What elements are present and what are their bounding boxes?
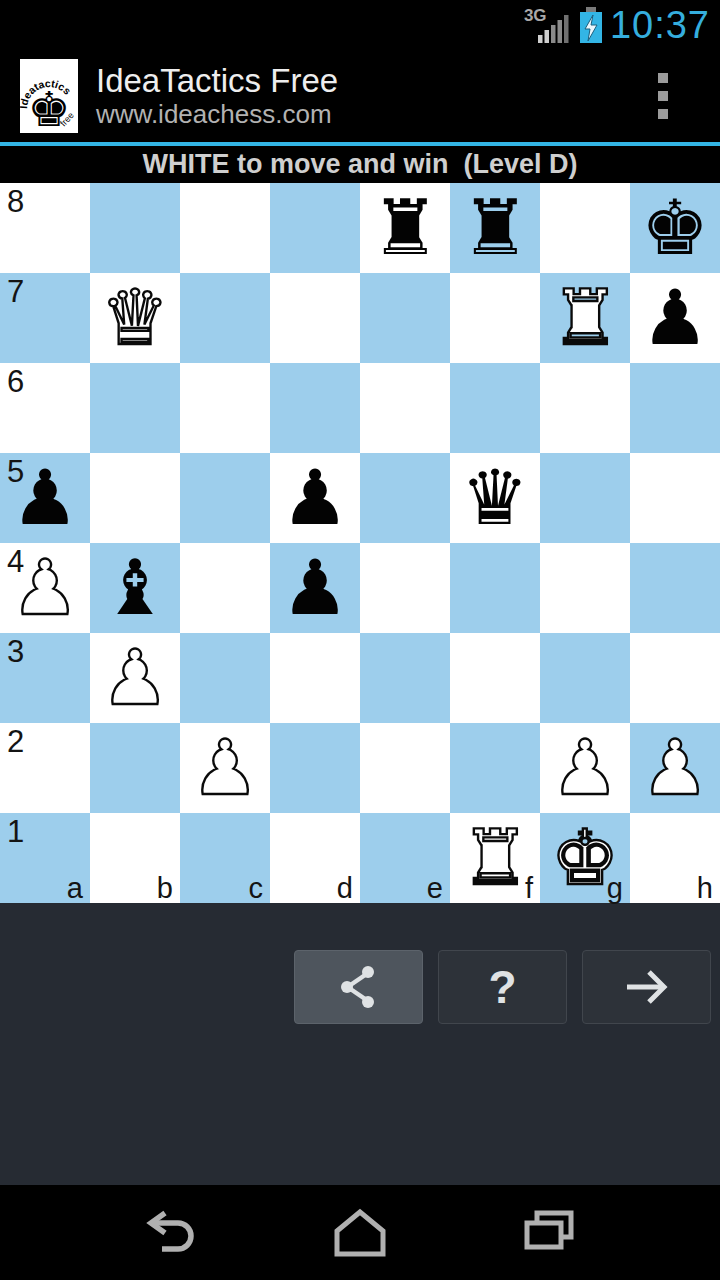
square-b6[interactable] <box>90 363 180 453</box>
black-rook[interactable]: ♜ <box>360 183 450 273</box>
square-d7[interactable] <box>270 273 360 363</box>
rank-label-8: 8 <box>7 184 24 220</box>
square-g1[interactable]: g♚ <box>540 813 630 903</box>
square-g2[interactable]: ♟ <box>540 723 630 813</box>
file-label-a: a <box>67 872 83 905</box>
square-b5[interactable] <box>90 453 180 543</box>
task-banner: WHITE to move and win (Level D) <box>0 146 720 183</box>
square-e4[interactable] <box>360 543 450 633</box>
square-h7[interactable]: ♟ <box>630 273 720 363</box>
black-rook[interactable]: ♜ <box>450 183 540 273</box>
black-pawn[interactable]: ♟ <box>0 453 90 543</box>
file-label-b: b <box>157 872 173 905</box>
black-bishop[interactable]: ♝ <box>90 543 180 633</box>
white-pawn[interactable]: ♟ <box>0 543 90 633</box>
square-f6[interactable] <box>450 363 540 453</box>
square-h3[interactable] <box>630 633 720 723</box>
square-h5[interactable] <box>630 453 720 543</box>
hint-button[interactable]: ? <box>438 950 567 1024</box>
android-navigation-bar <box>0 1185 720 1280</box>
black-pawn[interactable]: ♟ <box>270 453 360 543</box>
back-icon <box>138 1208 200 1258</box>
rank-label-2: 2 <box>7 724 24 760</box>
next-button[interactable] <box>582 950 711 1024</box>
app-title: IdeaTactics Free <box>96 62 338 100</box>
white-pawn[interactable]: ♟ <box>180 723 270 813</box>
app-icon: Ideatactics ♚ free <box>20 59 78 133</box>
arrow-right-icon <box>623 964 671 1010</box>
square-f5[interactable]: ♛ <box>450 453 540 543</box>
chess-board: 8♜♜♚7♛♜♟65♟♟♛4♟♝♟3♟2♟♟♟1abcdef♜g♚h <box>0 183 720 903</box>
control-panel: ? <box>0 903 720 1185</box>
square-c8[interactable] <box>180 183 270 273</box>
square-e7[interactable] <box>360 273 450 363</box>
square-a4[interactable]: 4♟ <box>0 543 90 633</box>
rank-label-1: 1 <box>7 814 24 850</box>
square-e1[interactable]: e <box>360 813 450 903</box>
square-a7[interactable]: 7 <box>0 273 90 363</box>
home-button[interactable] <box>327 1205 393 1261</box>
home-icon <box>329 1208 391 1258</box>
black-pawn[interactable]: ♟ <box>630 273 720 363</box>
app-titles: IdeaTactics Free www.ideachess.com <box>96 62 338 130</box>
action-bar: Ideatactics ♚ free IdeaTactics Free www.… <box>0 50 720 142</box>
square-h1[interactable]: h <box>630 813 720 903</box>
white-pawn[interactable]: ♟ <box>90 633 180 723</box>
black-king[interactable]: ♚ <box>630 183 720 273</box>
white-rook[interactable]: ♜ <box>450 813 540 903</box>
task-text: WHITE to move and win (Level D) <box>142 149 577 180</box>
square-c3[interactable] <box>180 633 270 723</box>
overflow-menu-icon[interactable] <box>652 67 674 125</box>
recents-button[interactable] <box>518 1205 584 1261</box>
file-label-h: h <box>697 872 713 905</box>
square-b7[interactable]: ♛ <box>90 273 180 363</box>
square-c5[interactable] <box>180 453 270 543</box>
square-e8[interactable]: ♜ <box>360 183 450 273</box>
square-d5[interactable]: ♟ <box>270 453 360 543</box>
file-label-d: d <box>337 872 353 905</box>
file-label-c: c <box>249 872 264 905</box>
file-label-e: e <box>427 872 443 905</box>
square-c4[interactable] <box>180 543 270 633</box>
square-f3[interactable] <box>450 633 540 723</box>
square-d8[interactable] <box>270 183 360 273</box>
recents-icon <box>520 1208 582 1258</box>
signal-bars-icon <box>538 13 570 43</box>
square-e5[interactable] <box>360 453 450 543</box>
square-c7[interactable] <box>180 273 270 363</box>
square-h2[interactable]: ♟ <box>630 723 720 813</box>
rank-label-3: 3 <box>7 634 24 670</box>
square-d6[interactable] <box>270 363 360 453</box>
square-f8[interactable]: ♜ <box>450 183 540 273</box>
share-icon <box>337 964 381 1010</box>
square-b8[interactable] <box>90 183 180 273</box>
square-e2[interactable] <box>360 723 450 813</box>
white-pawn[interactable]: ♟ <box>540 723 630 813</box>
square-a8[interactable]: 8 <box>0 183 90 273</box>
square-a6[interactable]: 6 <box>0 363 90 453</box>
square-g6[interactable] <box>540 363 630 453</box>
black-queen[interactable]: ♛ <box>450 453 540 543</box>
toolbar: ? <box>0 903 720 1024</box>
square-b2[interactable] <box>90 723 180 813</box>
rank-label-7: 7 <box>7 274 24 310</box>
android-screen: 3G 10:37 Idea <box>0 0 720 1280</box>
square-a3[interactable]: 3 <box>0 633 90 723</box>
status-bar: 3G 10:37 <box>0 0 720 50</box>
square-c2[interactable]: ♟ <box>180 723 270 813</box>
square-g7[interactable]: ♜ <box>540 273 630 363</box>
white-queen[interactable]: ♛ <box>90 273 180 363</box>
white-pawn[interactable]: ♟ <box>630 723 720 813</box>
square-d4[interactable]: ♟ <box>270 543 360 633</box>
square-c1[interactable]: c <box>180 813 270 903</box>
square-f2[interactable] <box>450 723 540 813</box>
square-a5[interactable]: 5♟ <box>0 453 90 543</box>
square-b4[interactable]: ♝ <box>90 543 180 633</box>
status-clock: 10:37 <box>610 4 710 47</box>
battery-charging-icon <box>579 5 603 45</box>
square-e6[interactable] <box>360 363 450 453</box>
square-g3[interactable] <box>540 633 630 723</box>
app-subtitle: www.ideachess.com <box>96 100 338 130</box>
square-b3[interactable]: ♟ <box>90 633 180 723</box>
square-h8[interactable]: ♚ <box>630 183 720 273</box>
white-rook[interactable]: ♜ <box>540 273 630 363</box>
square-g8[interactable] <box>540 183 630 273</box>
square-f4[interactable] <box>450 543 540 633</box>
white-king[interactable]: ♚ <box>540 813 630 903</box>
square-d2[interactable] <box>270 723 360 813</box>
share-button[interactable] <box>294 950 423 1024</box>
square-a1[interactable]: 1a <box>0 813 90 903</box>
square-a2[interactable]: 2 <box>0 723 90 813</box>
question-mark-icon: ? <box>488 960 516 1014</box>
rank-label-6: 6 <box>7 364 24 400</box>
signal-indicator: 3G <box>524 5 572 45</box>
square-d3[interactable] <box>270 633 360 723</box>
square-h6[interactable] <box>630 363 720 453</box>
square-g4[interactable] <box>540 543 630 633</box>
square-h4[interactable] <box>630 543 720 633</box>
black-pawn[interactable]: ♟ <box>270 543 360 633</box>
square-f1[interactable]: f♜ <box>450 813 540 903</box>
square-d1[interactable]: d <box>270 813 360 903</box>
square-e3[interactable] <box>360 633 450 723</box>
square-c6[interactable] <box>180 363 270 453</box>
square-b1[interactable]: b <box>90 813 180 903</box>
back-button[interactable] <box>136 1205 202 1261</box>
square-g5[interactable] <box>540 453 630 543</box>
square-f7[interactable] <box>450 273 540 363</box>
